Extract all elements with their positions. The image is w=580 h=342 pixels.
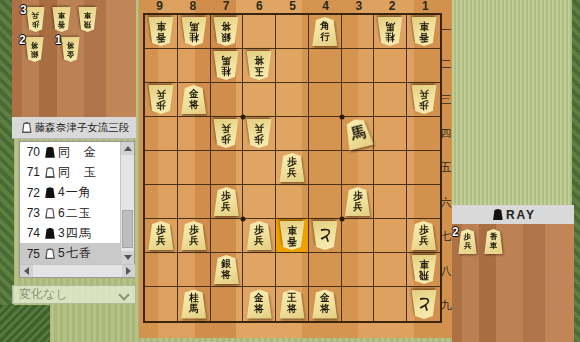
shogi-piece-金将[interactable]: 金将 (61, 37, 80, 62)
board-cell-2七[interactable] (374, 219, 407, 253)
shogi-piece-歩兵[interactable]: 歩兵 (458, 229, 477, 254)
shogi-piece-歩兵[interactable]: 歩兵 (181, 221, 207, 250)
board-cell-3二[interactable] (342, 49, 375, 83)
piece-face: 歩兵 (213, 187, 239, 216)
gote-piece-icon (45, 208, 55, 219)
board-cell-6五[interactable] (243, 151, 276, 185)
piece-face: 銀将 (25, 37, 44, 62)
move-row-74[interactable]: 743四馬 (20, 223, 121, 243)
variation-value: 変化なし (19, 286, 68, 303)
board-cell-4一[interactable]: 角行 (309, 15, 342, 49)
shogi-piece-飛車[interactable]: 飛車 (78, 7, 97, 32)
file-label-2: 2 (376, 0, 409, 13)
file-label-4: 4 (309, 0, 342, 13)
board-cell-7八[interactable]: 銀将 (211, 253, 244, 287)
hand-count-badge: 2 (19, 33, 26, 47)
board-cell-4四[interactable] (309, 117, 342, 151)
shogi-piece-香車[interactable]: 香車 (148, 17, 174, 46)
board-cell-4七[interactable]: と (309, 219, 342, 253)
hand-piece-歩兵[interactable]: 歩兵2 (458, 229, 477, 254)
file-label-6: 6 (243, 0, 276, 13)
piece-face: 玉将 (246, 51, 272, 80)
file-label-5: 5 (276, 0, 309, 13)
scroll-right-button[interactable] (122, 265, 135, 277)
board-cell-2二[interactable] (374, 49, 407, 83)
move-text: 3四馬 (58, 225, 92, 242)
piece-face: 飛車 (411, 255, 437, 284)
shogi-piece-歩兵[interactable]: 歩兵 (279, 153, 305, 182)
board-cell-4三[interactable] (309, 83, 342, 117)
piece-face: と (312, 221, 338, 250)
shogi-piece-香車[interactable]: 香車 (52, 7, 71, 32)
move-list: 70同 金71同 玉724一角736二玉743四馬755七香 (19, 141, 135, 278)
piece-face: 歩兵 (148, 221, 174, 250)
board-cell-3七[interactable] (342, 219, 375, 253)
piece-face: 歩兵 (411, 221, 437, 250)
hand-count-badge: 2 (452, 225, 459, 239)
shogi-piece-角行[interactable]: 角行 (312, 17, 338, 46)
gote-piece-icon (45, 248, 55, 259)
board-cell-1四[interactable] (407, 117, 440, 151)
board-cell-9九[interactable] (145, 287, 178, 321)
move-number: 72 (20, 186, 40, 200)
board-cell-4九[interactable]: 金将 (309, 287, 342, 321)
piece-face: 金将 (246, 290, 272, 319)
hand-piece-香車[interactable]: 香車 (52, 7, 71, 32)
hoshi-dot (241, 115, 246, 120)
board-cell-3四[interactable]: 馬 (342, 117, 375, 151)
board-cell-6七[interactable]: 歩兵 (243, 219, 276, 253)
shogi-piece-と[interactable]: と (312, 221, 338, 250)
board-cell-9七[interactable]: 歩兵 (145, 219, 178, 253)
move-row-72[interactable]: 724一角 (20, 183, 121, 203)
scroll-down-button[interactable] (121, 251, 134, 264)
board-cell-7七[interactable] (211, 219, 244, 253)
piece-face: 金将 (61, 37, 80, 62)
hoshi-dot (339, 115, 344, 120)
shogi-piece-金将[interactable]: 金将 (181, 85, 207, 114)
piece-face: 歩兵 (279, 153, 305, 182)
board-cell-1八[interactable]: 飛車 (407, 253, 440, 287)
piece-face: 歩兵 (246, 221, 272, 250)
shogi-piece-歩兵[interactable]: 歩兵 (148, 221, 174, 250)
board-cell-9三[interactable]: 歩兵 (145, 83, 178, 117)
board-cell-5六[interactable] (276, 185, 309, 219)
shogi-piece-歩兵[interactable]: 歩兵 (26, 7, 45, 32)
left-arrow-icon (24, 267, 29, 275)
move-number: 75 (20, 247, 40, 261)
shogi-piece-銀将[interactable]: 銀将 (213, 17, 239, 46)
shogi-piece-歩兵[interactable]: 歩兵 (411, 85, 437, 114)
piece-face: 歩兵 (148, 85, 174, 114)
shogi-piece-飛車[interactable]: 飛車 (411, 255, 437, 284)
shogi-piece-歩兵[interactable]: 歩兵 (246, 119, 272, 148)
piece-face: 桂馬 (377, 17, 403, 46)
board-cell-7九[interactable] (211, 287, 244, 321)
move-number: 71 (20, 165, 40, 179)
piece-face: 香車 (279, 221, 305, 250)
piece-face: 歩兵 (181, 221, 207, 250)
move-text: 同 金 (58, 144, 97, 161)
board-cell-4八[interactable] (309, 253, 342, 287)
board-cell-2五[interactable] (374, 151, 407, 185)
hand-piece-香車[interactable]: 香車 (484, 229, 503, 254)
gote-player-name: 藤森奈津子女流三段 (35, 121, 130, 135)
piece-face: 香車 (148, 17, 174, 46)
piece-face: 飛車 (78, 7, 97, 32)
board-cell-5九[interactable]: 王将 (276, 287, 309, 321)
horizontal-scrollbar[interactable] (20, 264, 135, 277)
board-cell-2八[interactable] (374, 253, 407, 287)
shogi-piece-香車[interactable]: 香車 (411, 17, 437, 46)
file-label-7: 7 (209, 0, 242, 13)
board-cell-9四[interactable] (145, 117, 178, 151)
piece-face: 王将 (279, 290, 305, 319)
board-cell-9二[interactable] (145, 49, 178, 83)
shogi-piece-と[interactable]: と (411, 290, 437, 319)
piece-face: 桂馬 (181, 17, 207, 46)
shogi-piece-王将[interactable]: 王将 (279, 290, 305, 319)
piece-face: 歩兵 (26, 7, 45, 32)
piece-face: 歩兵 (345, 187, 371, 216)
shogi-piece-馬[interactable]: 馬 (341, 116, 373, 150)
board-cell-3六[interactable]: 歩兵 (342, 185, 375, 219)
board-cell-3三[interactable] (342, 83, 375, 117)
hoshi-dot (241, 217, 246, 222)
hoshi-dot (339, 217, 344, 222)
gote-captured-tray: 歩兵3香車飛車銀将2金将1 (12, 0, 136, 117)
board-cell-7一[interactable]: 銀将 (211, 15, 244, 49)
piece-face: 香車 (411, 17, 437, 46)
move-row-71[interactable]: 71同 玉 (20, 162, 121, 182)
sente-piece-icon (45, 187, 55, 198)
board-cell-2一[interactable]: 桂馬 (374, 15, 407, 49)
board-cell-5一[interactable] (276, 15, 309, 49)
board-cell-3一[interactable] (342, 15, 375, 49)
board-cell-5七[interactable]: 香車 (276, 219, 309, 253)
move-row-70[interactable]: 70同 金 (20, 142, 121, 162)
board-cell-1九[interactable]: と (407, 287, 440, 321)
board-cell-8九[interactable]: 桂馬 (178, 287, 211, 321)
chevron-down-icon (118, 289, 129, 300)
board-cell-6四[interactable]: 歩兵 (243, 117, 276, 151)
board-cell-6六[interactable] (243, 185, 276, 219)
board-cell-5五[interactable]: 歩兵 (276, 151, 309, 185)
gote-piece-icon (45, 167, 55, 178)
file-label-8: 8 (176, 0, 209, 13)
piece-face: と (411, 290, 437, 319)
shogi-piece-桂馬[interactable]: 桂馬 (377, 17, 403, 46)
board-cell-8七[interactable]: 歩兵 (178, 219, 211, 253)
shogi-piece-金将[interactable]: 金将 (312, 290, 338, 319)
shogi-piece-歩兵[interactable]: 歩兵 (213, 119, 239, 148)
board-cell-1一[interactable]: 香車 (407, 15, 440, 49)
piece-face: 桂馬 (181, 290, 207, 319)
shogi-piece-桂馬[interactable]: 桂馬 (181, 17, 207, 46)
board-cell-4六[interactable] (309, 185, 342, 219)
piece-face: 歩兵 (458, 229, 477, 254)
shogi-piece-歩兵[interactable]: 歩兵 (213, 187, 239, 216)
board-cell-8八[interactable] (178, 253, 211, 287)
board-cell-3八[interactable] (342, 253, 375, 287)
piece-face: 銀将 (213, 17, 239, 46)
shogi-piece-玉将[interactable]: 玉将 (246, 51, 272, 80)
shogi-piece-銀将[interactable]: 銀将 (25, 37, 44, 62)
file-label-1: 1 (409, 0, 442, 13)
board-cell-9六[interactable] (145, 185, 178, 219)
mat-corner-block (0, 305, 50, 342)
board-cell-8六[interactable] (178, 185, 211, 219)
shogi-piece-銀将[interactable]: 銀将 (213, 255, 239, 284)
bamboo-blind-background (452, 0, 572, 205)
move-text: 同 玉 (58, 164, 97, 181)
board-cell-8五[interactable] (178, 151, 211, 185)
shogi-piece-桂馬[interactable]: 桂馬 (181, 290, 207, 319)
board-cell-6九[interactable]: 金将 (243, 287, 276, 321)
piece-face: 馬 (341, 116, 373, 150)
scrollbar-thumb[interactable] (122, 210, 133, 248)
move-text: 6二玉 (58, 205, 92, 222)
board-cell-1七[interactable]: 歩兵 (407, 219, 440, 253)
hand-count-badge: 3 (20, 3, 27, 17)
piece-face: 歩兵 (411, 85, 437, 114)
board-cell-6三[interactable] (243, 83, 276, 117)
sente-piece-icon (45, 228, 55, 239)
vertical-scrollbar[interactable] (120, 142, 134, 264)
move-number: 70 (20, 145, 40, 159)
board-cell-3九[interactable] (342, 287, 375, 321)
hand-piece-歩兵[interactable]: 歩兵3 (26, 7, 45, 32)
hand-piece-飛車[interactable]: 飛車 (78, 7, 97, 32)
gote-player-bar: 藤森奈津子女流三段 (12, 117, 136, 139)
move-number: 74 (20, 226, 40, 240)
board-cell-9一[interactable]: 香車 (145, 15, 178, 49)
hand-piece-銀将[interactable]: 銀将2 (25, 37, 44, 62)
piece-face: 歩兵 (213, 119, 239, 148)
board-cell-1二[interactable] (407, 49, 440, 83)
board-grid: 香車桂馬銀将角行桂馬香車桂馬玉将歩兵金将歩兵歩兵歩兵馬歩兵歩兵歩兵歩兵歩兵歩兵香… (143, 13, 442, 323)
board-cell-7六[interactable]: 歩兵 (211, 185, 244, 219)
board-cell-5三[interactable] (276, 83, 309, 117)
piece-face: 金将 (181, 85, 207, 114)
board-cell-2六[interactable] (374, 185, 407, 219)
move-text: 4一角 (58, 184, 92, 201)
sente-piece-icon (45, 147, 55, 158)
shogi-piece-歩兵[interactable]: 歩兵 (411, 221, 437, 250)
move-row-73[interactable]: 736二玉 (20, 203, 121, 223)
shogi-piece-歩兵[interactable]: 歩兵 (345, 187, 371, 216)
hand-count-badge: 1 (55, 33, 62, 47)
board-cell-8四[interactable] (178, 117, 211, 151)
board-cell-5四[interactable] (276, 117, 309, 151)
board-cell-6一[interactable] (243, 15, 276, 49)
board-cell-2三[interactable] (374, 83, 407, 117)
board-cell-5八[interactable] (276, 253, 309, 287)
move-text: 5七香 (58, 245, 92, 262)
piece-face: 銀将 (213, 255, 239, 284)
board-cell-7二[interactable]: 桂馬 (211, 49, 244, 83)
board-cell-7三[interactable] (211, 83, 244, 117)
down-arrow-icon (124, 255, 132, 260)
piece-face: 桂馬 (213, 51, 239, 80)
file-label-3: 3 (342, 0, 375, 13)
sente-captured-tray: 歩兵2香車 (452, 224, 574, 342)
board-cell-3五[interactable] (342, 151, 375, 185)
shogi-piece-歩兵[interactable]: 歩兵 (148, 85, 174, 114)
piece-face: 金将 (312, 290, 338, 319)
scroll-left-button[interactable] (20, 265, 33, 277)
sente-player-name: RAY (506, 208, 536, 222)
board-cell-9五[interactable] (145, 151, 178, 185)
file-label-9: 9 (143, 0, 176, 13)
board-cell-5二[interactable] (276, 49, 309, 83)
shogi-piece-金将[interactable]: 金将 (246, 290, 272, 319)
hand-piece-金将[interactable]: 金将1 (61, 37, 80, 62)
up-arrow-icon (124, 146, 132, 151)
board-cell-2九[interactable] (374, 287, 407, 321)
board-cell-1五[interactable] (407, 151, 440, 185)
board-cell-8二[interactable] (178, 49, 211, 83)
move-number: 73 (20, 206, 40, 220)
board-cell-8三[interactable]: 金将 (178, 83, 211, 117)
sente-piece-icon (493, 209, 503, 220)
move-rows: 70同 金71同 玉724一角736二玉743四馬755七香 (20, 142, 121, 264)
shogi-app-window: 歩兵3香車飛車銀将2金将1 藤森奈津子女流三段 70同 金71同 玉724一角7… (0, 0, 580, 342)
piece-face: 香車 (52, 7, 71, 32)
shogi-piece-香車[interactable]: 香車 (484, 229, 503, 254)
board-cell-4五[interactable] (309, 151, 342, 185)
board-cell-2四[interactable] (374, 117, 407, 151)
board-cell-8一[interactable]: 桂馬 (178, 15, 211, 49)
piece-face: 角行 (312, 17, 338, 46)
board-cell-6八[interactable] (243, 253, 276, 287)
gote-piece-icon (22, 122, 32, 133)
shogi-board: 987654321 一二三四五六七八九 香車桂馬銀将角行桂馬香車桂馬玉将歩兵金将… (139, 0, 452, 338)
file-coordinates: 987654321 (143, 0, 442, 13)
board-cell-6二[interactable]: 玉将 (243, 49, 276, 83)
piece-face: 香車 (484, 229, 503, 254)
board-cell-4二[interactable] (309, 49, 342, 83)
move-row-75[interactable]: 755七香 (20, 243, 121, 263)
right-arrow-icon (126, 267, 131, 275)
scroll-up-button[interactable] (121, 142, 134, 155)
board-cell-1六[interactable] (407, 185, 440, 219)
board-cell-7五[interactable] (211, 151, 244, 185)
board-cell-1三[interactable]: 歩兵 (407, 83, 440, 117)
variation-dropdown[interactable]: 変化なし (12, 285, 136, 304)
shogi-piece-桂馬[interactable]: 桂馬 (213, 51, 239, 80)
sente-player-bar: RAY (452, 205, 574, 225)
shogi-piece-香車[interactable]: 香車 (279, 221, 305, 250)
board-cell-7四[interactable]: 歩兵 (211, 117, 244, 151)
shogi-piece-歩兵[interactable]: 歩兵 (246, 221, 272, 250)
piece-face: 歩兵 (246, 119, 272, 148)
board-cell-9八[interactable] (145, 253, 178, 287)
